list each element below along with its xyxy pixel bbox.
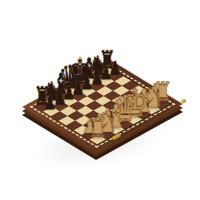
brass-hinge	[181, 99, 186, 103]
king-finial	[78, 57, 81, 60]
chess-set-product-photo: ♜♞♝♛♚♝♞♜♟♟♟♟♟♟♟♟♟♟♟♟♟♟♟♟♜♞♝♛♚♝♞♜	[0, 0, 200, 200]
